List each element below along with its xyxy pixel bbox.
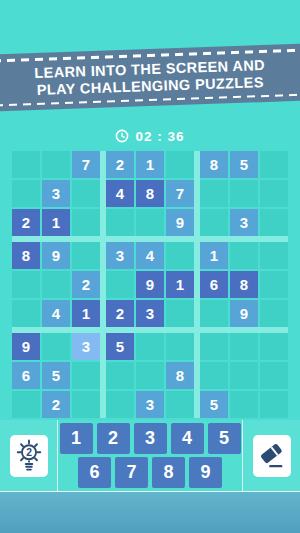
sudoku-cell-r1c1[interactable] — [12, 151, 40, 178]
sudoku-cell-r6c8[interactable]: 9 — [230, 300, 258, 327]
numpad-panel: 123456789 — [57, 420, 243, 491]
sudoku-cell-r1c8[interactable]: 5 — [230, 151, 258, 178]
numpad-button-1[interactable]: 1 — [60, 423, 93, 454]
sudoku-cell-r8c2[interactable]: 5 — [42, 362, 70, 389]
eraser-well — [243, 420, 300, 491]
sudoku-cell-r4c9[interactable] — [260, 242, 288, 269]
banner-ribbon: LEARN INTO THE SCREEN AND PLAY CHALLENGI… — [0, 43, 300, 111]
sudoku-cell-r6c3[interactable]: 1 — [72, 300, 100, 327]
sudoku-cell-r1c5[interactable]: 1 — [136, 151, 164, 178]
sudoku-cell-r7c9[interactable] — [260, 333, 288, 360]
sudoku-cell-r3c8[interactable]: 3 — [230, 209, 258, 236]
sudoku-cell-r6c7[interactable] — [200, 300, 228, 327]
sudoku-cell-r5c9[interactable] — [260, 271, 288, 298]
sudoku-cell-r3c7[interactable] — [200, 209, 228, 236]
sudoku-cell-r3c9[interactable] — [260, 209, 288, 236]
numpad-button-8[interactable]: 8 — [152, 457, 185, 488]
sudoku-cell-r4c5[interactable]: 4 — [136, 242, 164, 269]
sudoku-block-3: 853 — [200, 151, 288, 236]
sudoku-cell-r5c3[interactable]: 2 — [72, 271, 100, 298]
sudoku-cell-r2c1[interactable] — [12, 180, 40, 207]
numpad-button-7[interactable]: 7 — [115, 457, 148, 488]
sudoku-cell-r2c7[interactable] — [200, 180, 228, 207]
sudoku-cell-r8c7[interactable] — [200, 362, 228, 389]
sudoku-cell-r1c3[interactable]: 7 — [72, 151, 100, 178]
hint-well: 2 — [0, 420, 57, 491]
sudoku-cell-r8c3[interactable] — [72, 362, 100, 389]
sudoku-cell-r7c8[interactable] — [230, 333, 258, 360]
sudoku-cell-r2c9[interactable] — [260, 180, 288, 207]
sudoku-block-7: 93652 — [12, 333, 100, 418]
sudoku-cell-r9c4[interactable] — [106, 391, 134, 418]
sudoku-cell-r5c4[interactable] — [106, 271, 134, 298]
sudoku-cell-r7c7[interactable] — [200, 333, 228, 360]
numpad-button-6[interactable]: 6 — [78, 457, 111, 488]
sudoku-cell-r6c6[interactable] — [166, 300, 194, 327]
sudoku-cell-r5c2[interactable] — [42, 271, 70, 298]
sudoku-block-8: 583 — [106, 333, 194, 418]
sudoku-cell-r4c7[interactable]: 1 — [200, 242, 228, 269]
sudoku-cell-r4c1[interactable]: 8 — [12, 242, 40, 269]
sudoku-block-4: 89241 — [12, 242, 100, 327]
sudoku-cell-r6c2[interactable]: 4 — [42, 300, 70, 327]
hint-count: 2 — [26, 447, 32, 458]
sudoku-cell-r5c8[interactable]: 8 — [230, 271, 258, 298]
sudoku-cell-r3c2[interactable]: 1 — [42, 209, 70, 236]
sudoku-cell-r1c9[interactable] — [260, 151, 288, 178]
sudoku-cell-r6c9[interactable] — [260, 300, 288, 327]
sudoku-cell-r6c1[interactable] — [12, 300, 40, 327]
sudoku-cell-r7c3[interactable]: 3 — [72, 333, 100, 360]
bottom-toolbar: 2 123456789 — [0, 420, 300, 491]
sudoku-block-9: 5 — [200, 333, 288, 418]
sudoku-cell-r9c5[interactable]: 3 — [136, 391, 164, 418]
sudoku-block-1: 7321 — [12, 151, 100, 236]
sudoku-cell-r2c3[interactable] — [72, 180, 100, 207]
sudoku-cell-r4c4[interactable]: 3 — [106, 242, 134, 269]
numpad-row-1: 12345 — [58, 423, 242, 454]
sudoku-cell-r2c2[interactable]: 3 — [42, 180, 70, 207]
sudoku-cell-r7c2[interactable] — [42, 333, 70, 360]
sudoku-board: 7321214879853892413491231689936525835 — [12, 151, 288, 418]
sudoku-cell-r3c4[interactable] — [106, 209, 134, 236]
sudoku-cell-r3c3[interactable] — [72, 209, 100, 236]
numpad-button-5[interactable]: 5 — [208, 423, 241, 454]
sudoku-cell-r4c6[interactable] — [166, 242, 194, 269]
sudoku-cell-r7c1[interactable]: 9 — [12, 333, 40, 360]
sudoku-block-5: 349123 — [106, 242, 194, 327]
sudoku-cell-r9c6[interactable] — [166, 391, 194, 418]
timer-value: 02 : 36 — [135, 129, 184, 144]
sudoku-cell-r2c8[interactable] — [230, 180, 258, 207]
sudoku-cell-r1c4[interactable]: 2 — [106, 151, 134, 178]
sudoku-cell-r3c6[interactable]: 9 — [166, 209, 194, 236]
sudoku-cell-r9c8[interactable] — [230, 391, 258, 418]
sudoku-cell-r8c1[interactable]: 6 — [12, 362, 40, 389]
sudoku-cell-r9c1[interactable] — [12, 391, 40, 418]
sudoku-cell-r8c4[interactable] — [106, 362, 134, 389]
sudoku-cell-r3c1[interactable]: 2 — [12, 209, 40, 236]
timer: 02 : 36 — [0, 126, 300, 146]
sudoku-cell-r7c4[interactable]: 5 — [106, 333, 134, 360]
sudoku-cell-r7c6[interactable] — [166, 333, 194, 360]
sudoku-cell-r1c6[interactable] — [166, 151, 194, 178]
numpad-button-2[interactable]: 2 — [97, 423, 130, 454]
sudoku-cell-r5c7[interactable]: 6 — [200, 271, 228, 298]
sudoku-cell-r4c8[interactable] — [230, 242, 258, 269]
sudoku-cell-r4c2[interactable]: 9 — [42, 242, 70, 269]
lightbulb-hint-icon: 2 — [14, 439, 44, 473]
sudoku-cell-r6c4[interactable]: 2 — [106, 300, 134, 327]
numpad-button-3[interactable]: 3 — [134, 423, 167, 454]
hint-button[interactable]: 2 — [10, 435, 48, 477]
bottom-band — [0, 491, 300, 533]
sudoku-cell-r5c1[interactable] — [12, 271, 40, 298]
sudoku-cell-r9c3[interactable] — [72, 391, 100, 418]
eraser-icon — [257, 440, 287, 472]
sudoku-cell-r5c6[interactable]: 1 — [166, 271, 194, 298]
sudoku-cell-r8c5[interactable] — [136, 362, 164, 389]
sudoku-cell-r9c9[interactable] — [260, 391, 288, 418]
sudoku-cell-r3c5[interactable] — [136, 209, 164, 236]
sudoku-block-6: 1689 — [200, 242, 288, 327]
sudoku-cell-r1c2[interactable] — [42, 151, 70, 178]
clock-icon — [115, 129, 129, 143]
sudoku-cell-r1c7[interactable]: 8 — [200, 151, 228, 178]
sudoku-cell-r2c5[interactable]: 8 — [136, 180, 164, 207]
sudoku-cell-r8c6[interactable]: 8 — [166, 362, 194, 389]
sudoku-cell-r4c3[interactable] — [72, 242, 100, 269]
sudoku-cell-r5c5[interactable]: 9 — [136, 271, 164, 298]
sudoku-cell-r9c2[interactable]: 2 — [42, 391, 70, 418]
sudoku-cell-r8c8[interactable] — [230, 362, 258, 389]
sudoku-block-2: 214879 — [106, 151, 194, 236]
sudoku-cell-r6c5[interactable]: 3 — [136, 300, 164, 327]
numpad-button-9[interactable]: 9 — [189, 457, 222, 488]
sudoku-cell-r2c6[interactable]: 7 — [166, 180, 194, 207]
sudoku-cell-r8c9[interactable] — [260, 362, 288, 389]
numpad-row-2: 6789 — [58, 457, 242, 488]
app-screenshot: { "game": "sudoku", "position": "..721.8… — [0, 0, 300, 533]
numpad-button-4[interactable]: 4 — [171, 423, 204, 454]
sudoku-cell-r7c5[interactable] — [136, 333, 164, 360]
sudoku-cell-r2c4[interactable]: 4 — [106, 180, 134, 207]
sudoku-cell-r9c7[interactable]: 5 — [200, 391, 228, 418]
eraser-button[interactable] — [253, 435, 291, 477]
